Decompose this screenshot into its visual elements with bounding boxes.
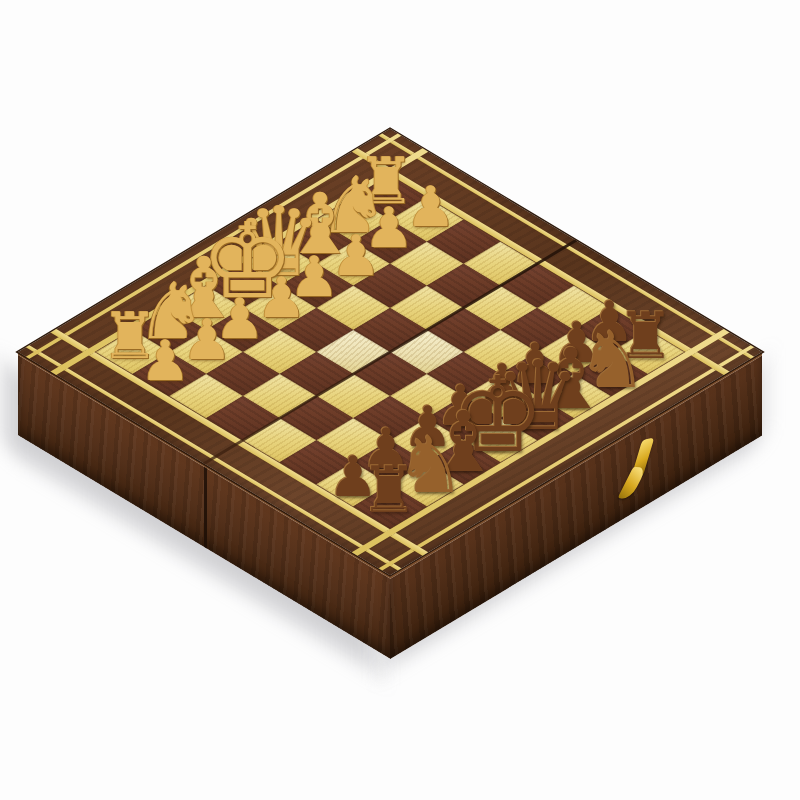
- fold-seam-front: [204, 467, 207, 549]
- folding-chess-set-photo: ♜♞♝♛♚♝♞♜♟♟♟♟♟♟♟♟♟♟♟♟♟♟♟♟♜♞♝♛♚♝♞♜: [0, 0, 800, 800]
- brass-clasp-hook: [618, 467, 647, 500]
- brass-clasp: [622, 430, 662, 510]
